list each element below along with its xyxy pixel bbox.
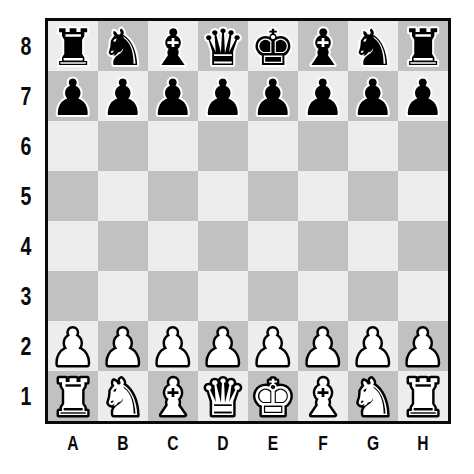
- svg-text:♝: ♝: [151, 371, 196, 421]
- square-c8[interactable]: ♝: [148, 21, 198, 71]
- square-h2[interactable]: ♟: [398, 321, 448, 371]
- svg-text:♟: ♟: [201, 71, 246, 121]
- piece-white-knight[interactable]: ♞: [348, 371, 398, 421]
- rank-label-4: 4: [14, 221, 39, 271]
- svg-text:♟: ♟: [101, 321, 146, 371]
- piece-black-bishop[interactable]: ♝: [298, 21, 348, 71]
- square-e7[interactable]: ♟: [248, 71, 298, 121]
- square-b8[interactable]: ♞: [98, 21, 148, 71]
- svg-text:♟: ♟: [301, 321, 346, 371]
- file-label-D: D: [204, 426, 243, 460]
- square-f3[interactable]: [298, 271, 348, 321]
- piece-black-rook[interactable]: ♜: [398, 21, 448, 71]
- svg-text:♟: ♟: [101, 71, 146, 121]
- square-e8[interactable]: ♚: [248, 21, 298, 71]
- svg-text:♟: ♟: [401, 71, 446, 121]
- square-f4[interactable]: [298, 221, 348, 271]
- svg-text:♞: ♞: [351, 371, 396, 421]
- piece-black-knight[interactable]: ♞: [348, 21, 398, 71]
- svg-text:♟: ♟: [301, 71, 346, 121]
- square-b2[interactable]: ♟: [98, 321, 148, 371]
- svg-text:♚: ♚: [251, 21, 296, 71]
- square-a7[interactable]: ♟: [48, 71, 98, 121]
- svg-text:♝: ♝: [301, 371, 346, 421]
- svg-text:♟: ♟: [151, 321, 196, 371]
- square-d7[interactable]: ♟: [198, 71, 248, 121]
- file-label-H: H: [404, 426, 443, 460]
- square-a4[interactable]: [48, 221, 98, 271]
- file-labels: ABCDEFGH: [48, 426, 448, 460]
- square-d6[interactable]: [198, 121, 248, 171]
- square-f5[interactable]: [298, 171, 348, 221]
- square-e1[interactable]: ♚: [248, 371, 298, 421]
- piece-black-pawn[interactable]: ♟: [298, 71, 348, 121]
- file-label-B: B: [104, 426, 143, 460]
- square-c7[interactable]: ♟: [148, 71, 198, 121]
- square-g4[interactable]: [348, 221, 398, 271]
- piece-white-bishop[interactable]: ♝: [298, 371, 348, 421]
- square-h3[interactable]: [398, 271, 448, 321]
- file-label-A: A: [54, 426, 93, 460]
- square-b5[interactable]: [98, 171, 148, 221]
- square-h5[interactable]: [398, 171, 448, 221]
- square-f7[interactable]: ♟: [298, 71, 348, 121]
- square-g2[interactable]: ♟: [348, 321, 398, 371]
- square-a2[interactable]: ♟: [48, 321, 98, 371]
- square-g3[interactable]: [348, 271, 398, 321]
- svg-text:♟: ♟: [251, 321, 296, 371]
- rank-label-7: 7: [14, 71, 39, 121]
- svg-text:♞: ♞: [101, 21, 146, 71]
- piece-black-pawn[interactable]: ♟: [98, 71, 148, 121]
- square-d1[interactable]: ♛: [198, 371, 248, 421]
- square-b1[interactable]: ♞: [98, 371, 148, 421]
- rank-label-6: 6: [14, 121, 39, 171]
- square-a8[interactable]: ♜: [48, 21, 98, 71]
- rank-label-2: 2: [14, 321, 39, 371]
- square-h7[interactable]: ♟: [398, 71, 448, 121]
- piece-white-pawn[interactable]: ♟: [298, 321, 348, 371]
- chess-diagram: 87654321 ♜♞♝♛♚♝♞♜♟♟♟♟♟♟♟♟♟♟♟♟♟♟♟♟♜♞♝♛♚♝♞…: [0, 0, 474, 474]
- file-label-E: E: [254, 426, 293, 460]
- piece-white-rook[interactable]: ♜: [48, 371, 98, 421]
- rank-labels: 87654321: [10, 21, 42, 421]
- svg-text:♝: ♝: [301, 21, 346, 71]
- piece-white-bishop[interactable]: ♝: [148, 371, 198, 421]
- svg-text:♟: ♟: [201, 321, 246, 371]
- piece-black-king[interactable]: ♚: [248, 21, 298, 71]
- svg-text:♜: ♜: [401, 371, 446, 421]
- svg-text:♟: ♟: [351, 71, 396, 121]
- svg-text:♝: ♝: [151, 21, 196, 71]
- square-e2[interactable]: ♟: [248, 321, 298, 371]
- square-b6[interactable]: [98, 121, 148, 171]
- svg-text:♞: ♞: [101, 371, 146, 421]
- square-c5[interactable]: [148, 171, 198, 221]
- file-label-F: F: [304, 426, 343, 460]
- square-d4[interactable]: [198, 221, 248, 271]
- svg-text:♟: ♟: [151, 71, 196, 121]
- piece-white-pawn[interactable]: ♟: [48, 321, 98, 371]
- square-c4[interactable]: [148, 221, 198, 271]
- square-e6[interactable]: [248, 121, 298, 171]
- piece-white-pawn[interactable]: ♟: [248, 321, 298, 371]
- piece-white-pawn[interactable]: ♟: [198, 321, 248, 371]
- square-d3[interactable]: [198, 271, 248, 321]
- square-g6[interactable]: [348, 121, 398, 171]
- square-e5[interactable]: [248, 171, 298, 221]
- square-f6[interactable]: [298, 121, 348, 171]
- rank-label-1: 1: [14, 371, 39, 421]
- svg-text:♛: ♛: [201, 371, 246, 421]
- square-e4[interactable]: [248, 221, 298, 271]
- piece-white-pawn[interactable]: ♟: [98, 321, 148, 371]
- square-h8[interactable]: ♜: [398, 21, 448, 71]
- piece-black-pawn[interactable]: ♟: [348, 71, 398, 121]
- square-b3[interactable]: [98, 271, 148, 321]
- square-f1[interactable]: ♝: [298, 371, 348, 421]
- file-label-G: G: [354, 426, 393, 460]
- svg-text:♜: ♜: [51, 371, 96, 421]
- chess-board: ♜♞♝♛♚♝♞♜♟♟♟♟♟♟♟♟♟♟♟♟♟♟♟♟♜♞♝♛♚♝♞♜: [45, 18, 451, 424]
- file-label-C: C: [154, 426, 193, 460]
- square-d2[interactable]: ♟: [198, 321, 248, 371]
- piece-black-queen[interactable]: ♛: [198, 21, 248, 71]
- piece-black-pawn[interactable]: ♟: [248, 71, 298, 121]
- square-c2[interactable]: ♟: [148, 321, 198, 371]
- rank-label-3: 3: [14, 271, 39, 321]
- piece-white-king[interactable]: ♚: [248, 371, 298, 421]
- svg-text:♟: ♟: [251, 71, 296, 121]
- piece-black-pawn[interactable]: ♟: [48, 71, 98, 121]
- svg-text:♜: ♜: [51, 21, 96, 71]
- square-f2[interactable]: ♟: [298, 321, 348, 371]
- svg-text:♞: ♞: [351, 21, 396, 71]
- square-c1[interactable]: ♝: [148, 371, 198, 421]
- piece-black-knight[interactable]: ♞: [98, 21, 148, 71]
- board-grid: ♜♞♝♛♚♝♞♜♟♟♟♟♟♟♟♟♟♟♟♟♟♟♟♟♜♞♝♛♚♝♞♜: [48, 21, 448, 421]
- svg-text:♟: ♟: [351, 321, 396, 371]
- square-h1[interactable]: ♜: [398, 371, 448, 421]
- piece-white-knight[interactable]: ♞: [98, 371, 148, 421]
- svg-text:♟: ♟: [51, 71, 96, 121]
- square-a3[interactable]: [48, 271, 98, 321]
- piece-black-bishop[interactable]: ♝: [148, 21, 198, 71]
- svg-text:♟: ♟: [401, 321, 446, 371]
- square-b7[interactable]: ♟: [98, 71, 148, 121]
- rank-label-8: 8: [14, 21, 39, 71]
- svg-text:♟: ♟: [51, 321, 96, 371]
- square-g5[interactable]: [348, 171, 398, 221]
- square-a6[interactable]: [48, 121, 98, 171]
- piece-white-pawn[interactable]: ♟: [348, 321, 398, 371]
- square-a5[interactable]: [48, 171, 98, 221]
- piece-white-queen[interactable]: ♛: [198, 371, 248, 421]
- piece-black-pawn[interactable]: ♟: [398, 71, 448, 121]
- square-g7[interactable]: ♟: [348, 71, 398, 121]
- square-b4[interactable]: [98, 221, 148, 271]
- square-g8[interactable]: ♞: [348, 21, 398, 71]
- rank-label-5: 5: [14, 171, 39, 221]
- square-h6[interactable]: [398, 121, 448, 171]
- square-g1[interactable]: ♞: [348, 371, 398, 421]
- svg-text:♛: ♛: [201, 21, 246, 71]
- svg-text:♚: ♚: [251, 371, 296, 421]
- square-d5[interactable]: [198, 171, 248, 221]
- square-c3[interactable]: [148, 271, 198, 321]
- square-f8[interactable]: ♝: [298, 21, 348, 71]
- piece-black-pawn[interactable]: ♟: [198, 71, 248, 121]
- square-d8[interactable]: ♛: [198, 21, 248, 71]
- piece-black-pawn[interactable]: ♟: [148, 71, 198, 121]
- piece-white-pawn[interactable]: ♟: [148, 321, 198, 371]
- square-a1[interactable]: ♜: [48, 371, 98, 421]
- piece-white-pawn[interactable]: ♟: [398, 321, 448, 371]
- piece-white-rook[interactable]: ♜: [398, 371, 448, 421]
- square-e3[interactable]: [248, 271, 298, 321]
- piece-black-rook[interactable]: ♜: [48, 21, 98, 71]
- square-h4[interactable]: [398, 221, 448, 271]
- svg-text:♜: ♜: [401, 21, 446, 71]
- square-c6[interactable]: [148, 121, 198, 171]
